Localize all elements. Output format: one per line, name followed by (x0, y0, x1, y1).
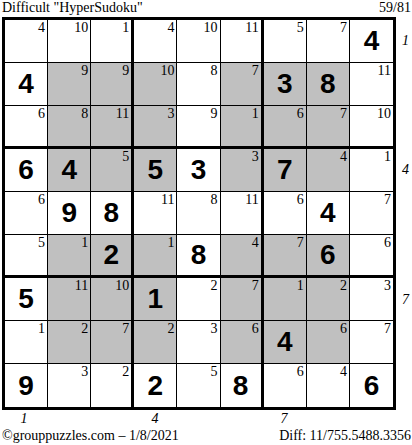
hint-number: 6 (297, 192, 304, 207)
hint-number: 7 (384, 192, 391, 207)
given-digit: 4 (5, 63, 47, 105)
hint-number: 1 (81, 235, 88, 250)
hint-number: 10 (377, 106, 391, 121)
cell-r5c9[interactable]: 7 (350, 192, 393, 235)
hint-number: 2 (340, 278, 347, 293)
hint-number: 1 (122, 20, 129, 35)
cell-r9c7[interactable]: 6 (264, 364, 307, 407)
given-digit: 5 (134, 149, 176, 191)
hint-number: 6 (340, 321, 347, 336)
cell-r3c5[interactable]: 9 (177, 106, 220, 149)
cell-r4c2[interactable]: 4 (48, 149, 91, 192)
cell-r7c2[interactable]: 11 (48, 278, 91, 321)
hint-number: 1 (167, 235, 174, 250)
hint-number: 1 (38, 321, 45, 336)
cell-r1c2[interactable]: 10 (48, 20, 91, 63)
hint-number: 11 (245, 20, 258, 35)
board: 4101410115744991087381168113916710645533… (2, 17, 396, 410)
cell-r5c6[interactable]: 11 (221, 192, 264, 235)
hint-number: 11 (75, 278, 88, 293)
hint-number: 10 (115, 278, 129, 293)
cell-r1c9[interactable]: 4 (350, 20, 393, 63)
given-digit: 6 (5, 149, 47, 191)
hint-number: 3 (252, 149, 259, 164)
cell-r8c3[interactable]: 7 (91, 321, 134, 364)
cell-r4c6[interactable]: 3 (221, 149, 264, 192)
hint-number: 2 (81, 321, 88, 336)
hint-number: 1 (384, 149, 391, 164)
hint-number: 9 (81, 63, 88, 78)
cell-r2c9[interactable]: 11 (350, 63, 393, 106)
col-label-4: 4 (145, 411, 165, 427)
cell-r3c7[interactable]: 6 (264, 106, 307, 149)
given-digit: 7 (264, 149, 306, 191)
hint-number: 1 (297, 278, 304, 293)
cell-r5c1[interactable]: 6 (5, 192, 48, 235)
puzzle-page: Difficult "HyperSudoku" 59/81 4101410115… (0, 0, 412, 445)
puzzle-title: Difficult "HyperSudoku" (2, 0, 143, 16)
footer: ©grouppuzzles.com – 1/8/2021 Diff: 11/75… (2, 428, 411, 444)
cell-r1c5[interactable]: 10 (177, 20, 220, 63)
hint-number: 11 (161, 192, 174, 207)
hint-number: 7 (122, 321, 129, 336)
cell-r3c6[interactable]: 1 (221, 106, 264, 149)
hint-number: 5 (211, 364, 218, 379)
hint-number: 2 (122, 364, 129, 379)
hint-number: 2 (167, 321, 174, 336)
hint-number: 7 (297, 235, 304, 250)
given-digit: 8 (221, 364, 261, 407)
given-digit: 4 (264, 321, 306, 363)
cell-r8c8[interactable]: 6 (307, 321, 350, 364)
cell-r3c2[interactable]: 8 (48, 106, 91, 149)
cell-r8c5[interactable]: 3 (177, 321, 220, 364)
hint-number: 9 (122, 63, 129, 78)
hint-number: 5 (122, 149, 129, 164)
hint-number: 3 (167, 106, 174, 121)
hint-number: 10 (204, 20, 218, 35)
cell-r5c7[interactable]: 6 (264, 192, 307, 235)
cell-r4c5[interactable]: 3 (177, 149, 220, 192)
cell-r8c7[interactable]: 4 (264, 321, 307, 364)
given-digit: 8 (307, 63, 349, 105)
given-digit: 2 (134, 364, 176, 407)
cell-r6c4[interactable]: 1 (134, 235, 177, 278)
hint-number: 6 (297, 106, 304, 121)
hint-number: 10 (74, 20, 88, 35)
hint-number: 4 (340, 149, 347, 164)
copyright-text: ©grouppuzzles.com – 1/8/2021 (2, 428, 179, 444)
hint-number: 7 (340, 20, 347, 35)
cell-r2c3[interactable]: 9 (91, 63, 134, 106)
cell-r2c1[interactable]: 4 (5, 63, 48, 106)
col-label-7: 7 (274, 411, 294, 427)
hint-number: 7 (340, 106, 347, 121)
hint-number: 7 (252, 63, 259, 78)
cell-r3c9[interactable]: 10 (350, 106, 393, 149)
cell-r5c3[interactable]: 8 (91, 192, 134, 235)
hint-number: 10 (160, 63, 174, 78)
cell-r7c9[interactable]: 3 (350, 278, 393, 321)
cell-r4c8[interactable]: 4 (307, 149, 350, 192)
given-digit: 9 (48, 192, 90, 234)
row-label-4: 4 (399, 162, 412, 178)
given-digit: 5 (5, 278, 47, 320)
cell-r3c3[interactable]: 11 (91, 106, 134, 149)
cell-r7c7[interactable]: 1 (264, 278, 307, 321)
cell-r1c1[interactable]: 4 (5, 20, 48, 63)
given-digit: 6 (350, 364, 393, 407)
cell-r2c4[interactable]: 10 (134, 63, 177, 106)
hint-number: 1 (252, 106, 259, 121)
cell-r3c1[interactable]: 6 (5, 106, 48, 149)
hint-number: 7 (384, 321, 391, 336)
cell-r9c6[interactable]: 8 (221, 364, 264, 407)
cell-r3c8[interactable]: 7 (307, 106, 350, 149)
given-digit: 4 (350, 20, 393, 62)
cell-r2c8[interactable]: 8 (307, 63, 350, 106)
progress-counter: 59/81 (379, 0, 411, 16)
hint-number: 5 (38, 235, 45, 250)
cell-r4c7[interactable]: 7 (264, 149, 307, 192)
row-label-1: 1 (399, 33, 412, 49)
cell-r7c3[interactable]: 10 (91, 278, 134, 321)
cell-r6c5[interactable]: 8 (177, 235, 220, 278)
hint-number: 4 (340, 364, 347, 379)
cell-r6c6[interactable]: 4 (221, 235, 264, 278)
cell-r1c3[interactable]: 1 (91, 20, 134, 63)
hint-number: 8 (211, 63, 218, 78)
cell-r7c6[interactable]: 7 (221, 278, 264, 321)
hint-number: 4 (167, 20, 174, 35)
cell-r1c8[interactable]: 7 (307, 20, 350, 63)
cell-r9c3[interactable]: 2 (91, 364, 134, 407)
difficulty-text: Diff: 11/755.5488.3356 (279, 428, 411, 444)
cell-r2c6[interactable]: 7 (221, 63, 264, 106)
cell-r8c4[interactable]: 2 (134, 321, 177, 364)
hint-number: 4 (38, 20, 45, 35)
cell-r9c5[interactable]: 5 (177, 364, 220, 407)
header: Difficult "HyperSudoku" 59/81 (2, 0, 411, 16)
given-digit: 2 (91, 235, 131, 275)
cell-r7c4[interactable]: 1 (134, 278, 177, 321)
col-label-1: 1 (14, 411, 34, 427)
cell-r2c2[interactable]: 9 (48, 63, 91, 106)
given-digit: 3 (264, 63, 306, 105)
cell-r7c1[interactable]: 5 (5, 278, 48, 321)
cell-r1c6[interactable]: 11 (221, 20, 264, 63)
hint-number: 6 (38, 192, 45, 207)
cell-r8c6[interactable]: 6 (221, 321, 264, 364)
hint-number: 11 (378, 63, 391, 78)
cell-r5c4[interactable]: 11 (134, 192, 177, 235)
cell-r6c2[interactable]: 1 (48, 235, 91, 278)
cell-r9c8[interactable]: 4 (307, 364, 350, 407)
given-digit: 8 (91, 192, 131, 234)
cell-r4c9[interactable]: 1 (350, 149, 393, 192)
given-digit: 6 (307, 235, 349, 275)
hint-number: 5 (297, 20, 304, 35)
given-digit: 4 (48, 149, 90, 191)
cell-r9c9[interactable]: 6 (350, 364, 393, 407)
cell-r8c2[interactable]: 2 (48, 321, 91, 364)
hint-number: 3 (384, 278, 391, 293)
given-digit: 8 (177, 235, 219, 275)
cell-r2c7[interactable]: 3 (264, 63, 307, 106)
cell-r9c4[interactable]: 2 (134, 364, 177, 407)
hint-number: 2 (211, 278, 218, 293)
row-label-7: 7 (399, 292, 412, 308)
cell-r1c7[interactable]: 5 (264, 20, 307, 63)
given-digit: 4 (307, 192, 349, 234)
cell-r4c1[interactable]: 6 (5, 149, 48, 192)
hint-number: 11 (116, 106, 129, 121)
hint-number: 3 (81, 364, 88, 379)
hint-number: 9 (211, 106, 218, 121)
cell-r4c4[interactable]: 5 (134, 149, 177, 192)
cell-r8c1[interactable]: 1 (5, 321, 48, 364)
cell-r4c3[interactable]: 5 (91, 149, 134, 192)
cell-r1c4[interactable]: 4 (134, 20, 177, 63)
hint-number: 11 (245, 192, 258, 207)
hint-number: 4 (252, 235, 259, 250)
cell-r7c5[interactable]: 2 (177, 278, 220, 321)
hint-number: 6 (38, 106, 45, 121)
given-digit: 3 (177, 149, 219, 191)
cell-r6c9[interactable]: 6 (350, 235, 393, 278)
cell-r2c5[interactable]: 8 (177, 63, 220, 106)
cell-r7c8[interactable]: 2 (307, 278, 350, 321)
hint-number: 7 (252, 278, 259, 293)
hint-number: 6 (252, 321, 259, 336)
cell-r9c2[interactable]: 3 (48, 364, 91, 407)
cell-r5c8[interactable]: 4 (307, 192, 350, 235)
hint-number: 6 (384, 235, 391, 250)
given-digit: 9 (5, 364, 47, 407)
hint-number: 6 (297, 364, 304, 379)
cell-r6c3[interactable]: 2 (91, 235, 134, 278)
cell-r9c1[interactable]: 9 (5, 364, 48, 407)
given-digit: 1 (134, 278, 176, 320)
cell-r3c4[interactable]: 3 (134, 106, 177, 149)
cell-r6c8[interactable]: 6 (307, 235, 350, 278)
cell-r5c5[interactable]: 8 (177, 192, 220, 235)
cell-r5c2[interactable]: 9 (48, 192, 91, 235)
cell-r8c9[interactable]: 7 (350, 321, 393, 364)
hint-number: 3 (211, 321, 218, 336)
cell-r6c1[interactable]: 5 (5, 235, 48, 278)
hint-number: 8 (211, 192, 218, 207)
hint-number: 8 (81, 106, 88, 121)
cell-r6c7[interactable]: 7 (264, 235, 307, 278)
